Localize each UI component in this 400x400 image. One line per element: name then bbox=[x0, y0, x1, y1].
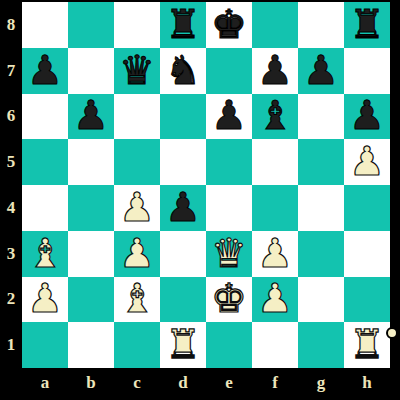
file-label-c: c bbox=[114, 368, 160, 398]
square-f1[interactable] bbox=[252, 322, 298, 368]
black-pawn-h6[interactable]: ♟ bbox=[349, 95, 385, 135]
square-f6[interactable]: ♝ bbox=[252, 94, 298, 140]
square-a2[interactable]: ♟ bbox=[22, 277, 68, 323]
square-h3[interactable] bbox=[344, 231, 390, 277]
black-pawn-f7[interactable]: ♟ bbox=[257, 50, 293, 90]
rank-label-4: 4 bbox=[0, 185, 22, 231]
file-label-b: b bbox=[68, 368, 114, 398]
file-labels: abcdefgh bbox=[22, 368, 390, 398]
square-c5[interactable] bbox=[114, 139, 160, 185]
square-a5[interactable] bbox=[22, 139, 68, 185]
square-f4[interactable] bbox=[252, 185, 298, 231]
white-rook-h1[interactable]: ♜ bbox=[349, 324, 385, 364]
rank-labels: 87654321 bbox=[0, 2, 22, 368]
black-pawn-d4[interactable]: ♟ bbox=[165, 187, 201, 227]
square-b4[interactable] bbox=[68, 185, 114, 231]
square-h8[interactable]: ♜ bbox=[344, 2, 390, 48]
square-g7[interactable]: ♟ bbox=[298, 48, 344, 94]
square-d1[interactable]: ♜ bbox=[160, 322, 206, 368]
square-e8[interactable]: ♚ bbox=[206, 2, 252, 48]
square-c4[interactable]: ♟ bbox=[114, 185, 160, 231]
square-a4[interactable] bbox=[22, 185, 68, 231]
square-a7[interactable]: ♟ bbox=[22, 48, 68, 94]
rank-label-8: 8 bbox=[0, 2, 22, 48]
file-label-h: h bbox=[344, 368, 390, 398]
square-c2[interactable]: ♝ bbox=[114, 277, 160, 323]
marker-dot bbox=[386, 327, 398, 339]
square-b1[interactable] bbox=[68, 322, 114, 368]
square-h4[interactable] bbox=[344, 185, 390, 231]
rank-label-1: 1 bbox=[0, 322, 22, 368]
square-a3[interactable]: ♝ bbox=[22, 231, 68, 277]
rank-label-5: 5 bbox=[0, 139, 22, 185]
square-c6[interactable] bbox=[114, 94, 160, 140]
square-f8[interactable] bbox=[252, 2, 298, 48]
square-e5[interactable] bbox=[206, 139, 252, 185]
rank-label-2: 2 bbox=[0, 277, 22, 323]
square-c7[interactable]: ♛ bbox=[114, 48, 160, 94]
black-bishop-f6[interactable]: ♝ bbox=[257, 95, 293, 135]
square-g1[interactable] bbox=[298, 322, 344, 368]
black-queen-c7[interactable]: ♛ bbox=[119, 50, 155, 90]
rank-label-3: 3 bbox=[0, 231, 22, 277]
rank-label-7: 7 bbox=[0, 48, 22, 94]
square-b8[interactable] bbox=[68, 2, 114, 48]
square-e1[interactable] bbox=[206, 322, 252, 368]
square-e6[interactable]: ♟ bbox=[206, 94, 252, 140]
square-g2[interactable] bbox=[298, 277, 344, 323]
square-e3[interactable]: ♛ bbox=[206, 231, 252, 277]
file-label-d: d bbox=[160, 368, 206, 398]
white-pawn-f2[interactable]: ♟ bbox=[257, 278, 293, 318]
white-queen-e3[interactable]: ♛ bbox=[211, 233, 247, 273]
square-g5[interactable] bbox=[298, 139, 344, 185]
square-b5[interactable] bbox=[68, 139, 114, 185]
square-h5[interactable]: ♟ bbox=[344, 139, 390, 185]
square-f7[interactable]: ♟ bbox=[252, 48, 298, 94]
black-rook-d8[interactable]: ♜ bbox=[165, 4, 201, 44]
white-bishop-c2[interactable]: ♝ bbox=[119, 278, 155, 318]
file-label-e: e bbox=[206, 368, 252, 398]
square-c3[interactable]: ♟ bbox=[114, 231, 160, 277]
square-a1[interactable] bbox=[22, 322, 68, 368]
square-h7[interactable] bbox=[344, 48, 390, 94]
square-f2[interactable]: ♟ bbox=[252, 277, 298, 323]
white-pawn-c4[interactable]: ♟ bbox=[119, 187, 155, 227]
square-g3[interactable] bbox=[298, 231, 344, 277]
file-label-a: a bbox=[22, 368, 68, 398]
white-pawn-c3[interactable]: ♟ bbox=[119, 233, 155, 273]
square-a8[interactable] bbox=[22, 2, 68, 48]
black-pawn-b6[interactable]: ♟ bbox=[73, 95, 109, 135]
rank-label-6: 6 bbox=[0, 94, 22, 140]
black-knight-d7[interactable]: ♞ bbox=[165, 50, 201, 90]
chess-board-frame: 87654321 ♜♚♜♟♛♞♟♟♟♟♝♟♟♟♟♝♟♛♟♟♝♚♟♜♜ abcde… bbox=[0, 0, 400, 400]
square-g8[interactable] bbox=[298, 2, 344, 48]
square-d6[interactable] bbox=[160, 94, 206, 140]
file-label-f: f bbox=[252, 368, 298, 398]
square-g6[interactable] bbox=[298, 94, 344, 140]
black-pawn-e6[interactable]: ♟ bbox=[211, 95, 247, 135]
square-e2[interactable]: ♚ bbox=[206, 277, 252, 323]
square-e7[interactable] bbox=[206, 48, 252, 94]
square-b2[interactable] bbox=[68, 277, 114, 323]
square-e4[interactable] bbox=[206, 185, 252, 231]
white-pawn-a2[interactable]: ♟ bbox=[27, 278, 63, 318]
square-f5[interactable] bbox=[252, 139, 298, 185]
square-d3[interactable] bbox=[160, 231, 206, 277]
black-pawn-g7[interactable]: ♟ bbox=[303, 50, 339, 90]
square-b3[interactable] bbox=[68, 231, 114, 277]
square-d8[interactable]: ♜ bbox=[160, 2, 206, 48]
square-c1[interactable] bbox=[114, 322, 160, 368]
black-rook-h8[interactable]: ♜ bbox=[349, 4, 385, 44]
square-a6[interactable] bbox=[22, 94, 68, 140]
white-bishop-a3[interactable]: ♝ bbox=[27, 233, 63, 273]
chess-board: ♜♚♜♟♛♞♟♟♟♟♝♟♟♟♟♝♟♛♟♟♝♚♟♜♜ bbox=[22, 2, 390, 368]
square-b7[interactable] bbox=[68, 48, 114, 94]
black-king-e8[interactable]: ♚ bbox=[211, 4, 247, 44]
square-c8[interactable] bbox=[114, 2, 160, 48]
square-h6[interactable]: ♟ bbox=[344, 94, 390, 140]
square-d2[interactable] bbox=[160, 277, 206, 323]
square-b6[interactable]: ♟ bbox=[68, 94, 114, 140]
square-d4[interactable]: ♟ bbox=[160, 185, 206, 231]
black-pawn-a7[interactable]: ♟ bbox=[27, 50, 63, 90]
white-pawn-h5[interactable]: ♟ bbox=[349, 141, 385, 181]
white-rook-d1[interactable]: ♜ bbox=[165, 324, 201, 364]
square-h2[interactable] bbox=[344, 277, 390, 323]
square-g4[interactable] bbox=[298, 185, 344, 231]
file-label-g: g bbox=[298, 368, 344, 398]
square-d5[interactable] bbox=[160, 139, 206, 185]
square-h1[interactable]: ♜ bbox=[344, 322, 390, 368]
square-d7[interactable]: ♞ bbox=[160, 48, 206, 94]
white-king-e2[interactable]: ♚ bbox=[211, 278, 247, 318]
square-f3[interactable]: ♟ bbox=[252, 231, 298, 277]
white-pawn-f3[interactable]: ♟ bbox=[257, 233, 293, 273]
